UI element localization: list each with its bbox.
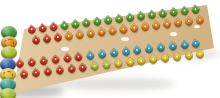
bead-teal (86, 51, 96, 61)
bead-teal (156, 43, 166, 53)
bead-orange (108, 26, 118, 36)
bead-lime (90, 62, 100, 72)
bead-orange (195, 15, 205, 25)
disc-stack-lower (0, 58, 16, 98)
bead-red (66, 64, 76, 74)
bead-yellow (160, 54, 170, 64)
bead-orange (86, 29, 96, 39)
bead-green (125, 13, 135, 23)
bead-green (158, 9, 168, 19)
bead-cell (194, 48, 207, 60)
bead-yellow (184, 51, 194, 61)
bead-red (50, 55, 60, 65)
bead-red (42, 34, 52, 44)
bead-green (71, 20, 81, 30)
bead-red (31, 36, 41, 46)
bead-red (27, 25, 37, 35)
bead-yellow (195, 50, 205, 60)
bead-orange (75, 30, 85, 40)
bead-green (103, 16, 113, 26)
bead-cell (194, 14, 206, 26)
bead-orange (162, 19, 172, 29)
bead-red (31, 68, 41, 78)
bead-teal (121, 47, 131, 57)
bead-teal (144, 44, 154, 54)
bead-teal (191, 39, 201, 49)
bead-green (191, 5, 201, 15)
bead-green (60, 21, 70, 31)
bead-red (43, 67, 53, 77)
bead-yellow (172, 52, 182, 62)
bead-green (136, 12, 146, 22)
bead-orange (129, 23, 139, 33)
bead-orange (151, 21, 161, 31)
bead-green (180, 6, 190, 16)
bead-orange (119, 25, 129, 35)
bead-red (39, 56, 49, 66)
bead-teal (133, 46, 143, 56)
bead-orange (64, 31, 74, 41)
bead-red (27, 58, 37, 68)
bead-red (20, 70, 30, 80)
bead-yellow (137, 56, 147, 66)
bead-red (49, 22, 59, 32)
bead-red (55, 66, 65, 76)
bead-red (74, 52, 84, 62)
glare-spot (170, 32, 177, 36)
glare-spot (61, 47, 69, 51)
bead-teal (179, 40, 189, 50)
bead-orange (97, 27, 107, 37)
bead-orange (184, 17, 194, 27)
bead-teal (168, 42, 178, 52)
bead-yellow (125, 58, 135, 68)
bead-green (114, 14, 124, 24)
photo-stage (0, 0, 220, 98)
bead-yellow (148, 55, 158, 65)
bead-orange (140, 22, 150, 32)
bead-yellow (113, 59, 123, 69)
bead-red (38, 24, 48, 34)
bead-red (62, 54, 72, 64)
glare-spot (121, 37, 129, 41)
bead-red (15, 59, 25, 69)
bead-green (81, 18, 91, 28)
disc-lime (0, 88, 16, 98)
bead-red (53, 33, 63, 43)
bead-lime (102, 60, 112, 70)
bead-green (147, 10, 157, 20)
bead-teal (97, 50, 107, 60)
bead-red (78, 63, 88, 73)
bead-teal (109, 48, 119, 58)
bead-green (92, 17, 102, 27)
bead-orange (173, 18, 183, 28)
disc-stack-upper (1, 26, 17, 59)
bead-green (169, 8, 179, 18)
